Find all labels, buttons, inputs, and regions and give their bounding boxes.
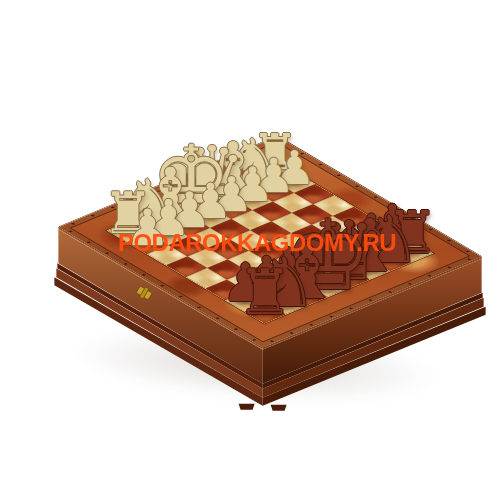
watermark-text: PODAROKKAGDOMY.RU — [118, 229, 396, 257]
piece-red-rook[interactable]: ♜ — [237, 262, 293, 325]
product-photo-stage: ♜♞♝♛♚♝♞♜♟♟♟♟♟♟♟♟♟♟♟♟♟♟♟♟♜♞♝♛♚♝♞♜ PODAROK… — [0, 0, 500, 500]
